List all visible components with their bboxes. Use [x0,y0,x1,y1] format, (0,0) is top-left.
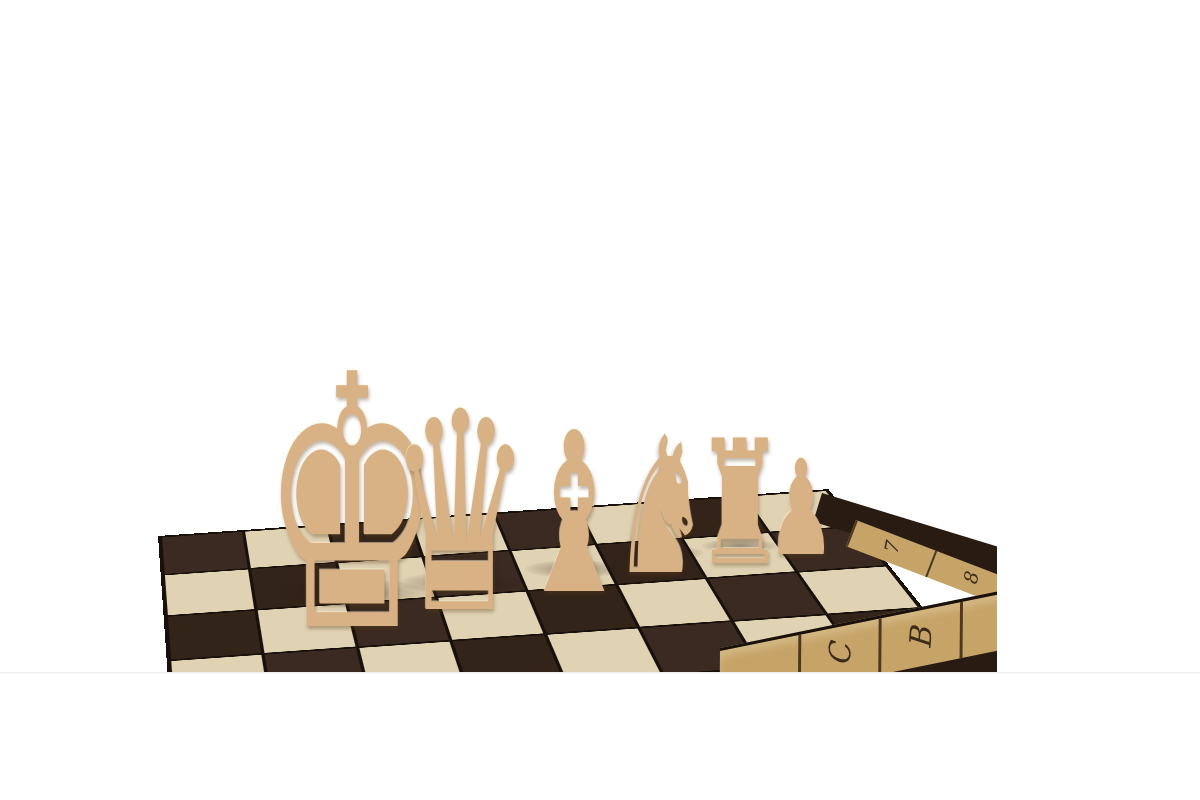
board-square [359,642,465,673]
board-square [165,570,255,615]
file-label-cell [962,585,997,658]
board-square [162,532,248,574]
board-square [168,611,262,660]
photo-margin [0,674,1200,800]
board-photo-crop: 78 CB [0,0,997,673]
board-square [245,526,334,568]
rank-label: 8 [959,571,983,587]
white-knight-shadow [619,545,703,560]
board-square [453,635,563,673]
board-square [265,648,367,673]
product-photo-page: 78 CB ♚♛♝♞♜♟ [0,0,1200,800]
file-label: C [821,642,858,668]
board-square [528,585,636,633]
board-square [438,592,543,640]
photo-area: 78 CB ♚♛♝♞♜♟ [0,0,1200,673]
white-bishop-shadow [525,560,623,578]
board-square [329,520,421,562]
white-rook-shadow [702,539,778,553]
rank-label: 7 [880,541,904,557]
white-queen-shadow [399,572,520,594]
board-square [412,514,507,556]
file-label: B [902,626,939,651]
board-square [258,604,355,653]
board-square [495,509,594,550]
